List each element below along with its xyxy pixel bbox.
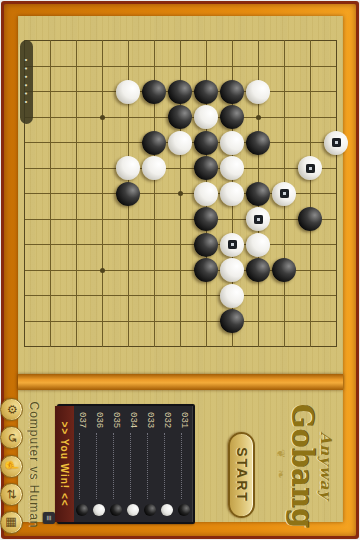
- white-stone[interactable]: [117, 156, 141, 180]
- white-stone[interactable]: [195, 182, 219, 206]
- winning-stone-marker-icon: [254, 215, 263, 224]
- move-list-row[interactable]: 033: [142, 406, 159, 522]
- white-stone[interactable]: [143, 156, 167, 180]
- black-stone[interactable]: [195, 156, 219, 180]
- hint-hand-button[interactable]: ☝: [0, 455, 23, 478]
- result-banner: >> You Win! <<: [55, 406, 74, 522]
- menu-grid-button[interactable]: ▦: [0, 511, 23, 534]
- black-stone[interactable]: [195, 207, 219, 231]
- move-list-row[interactable]: 035: [108, 406, 125, 522]
- black-stone[interactable]: [221, 80, 245, 104]
- white-stone[interactable]: [221, 156, 245, 180]
- black-stone[interactable]: [247, 131, 271, 155]
- grid-line-h: [336, 40, 337, 347]
- black-stone[interactable]: [247, 258, 271, 282]
- move-number: 037: [78, 412, 88, 428]
- grid-line-h: [76, 40, 77, 347]
- dotted-leader: [97, 433, 99, 499]
- dotted-leader: [165, 433, 167, 499]
- move-number: 033: [146, 412, 156, 428]
- grid-line-h: [310, 40, 311, 347]
- dotted-leader: [182, 433, 184, 499]
- white-stone[interactable]: [169, 131, 193, 155]
- winning-stone-marker-icon: [306, 164, 315, 173]
- move-list-expand-chip[interactable]: ≡: [43, 512, 55, 524]
- undo-button[interactable]: ↺: [0, 426, 23, 449]
- white-stone[interactable]: [247, 207, 271, 231]
- move-list-row[interactable]: 034: [125, 406, 142, 522]
- black-stone[interactable]: [195, 258, 219, 282]
- star-point: [100, 115, 105, 120]
- move-number: 035: [112, 412, 122, 428]
- move-stone-white: [128, 504, 140, 516]
- move-list-row[interactable]: 037: [74, 406, 91, 522]
- move-stone-white: [94, 504, 106, 516]
- title-anyway: Anyway: [317, 396, 335, 536]
- frame-divider: [18, 374, 343, 390]
- black-stone[interactable]: [195, 80, 219, 104]
- move-number: 031: [180, 412, 190, 428]
- settings-gear-button[interactable]: ⚙: [0, 398, 23, 421]
- black-stone[interactable]: [195, 131, 219, 155]
- dotted-leader: [114, 433, 116, 499]
- black-stone[interactable]: [221, 309, 245, 333]
- black-stone[interactable]: [169, 80, 193, 104]
- control-panel: Anyway Gobang ❦ ❧ START 0310320330340350…: [18, 390, 343, 522]
- title-flourish-icon: ❦ ❧: [274, 396, 287, 536]
- white-stone[interactable]: [221, 284, 245, 308]
- white-stone[interactable]: [247, 80, 271, 104]
- dotted-leader: [148, 433, 150, 499]
- title-gobang: Gobang: [287, 396, 317, 536]
- move-number: 032: [163, 412, 173, 428]
- white-stone[interactable]: [221, 182, 245, 206]
- black-stone[interactable]: [247, 182, 271, 206]
- white-stone[interactable]: [117, 80, 141, 104]
- move-list-row[interactable]: 036: [91, 406, 108, 522]
- game-mode-label: Computer vs Human: [27, 394, 41, 536]
- white-stone[interactable]: [221, 258, 245, 282]
- move-stone-white: [162, 504, 174, 516]
- dotted-leader: [80, 433, 82, 499]
- app-viewport: Anyway Gobang ❦ ❧ START 0310320330340350…: [0, 0, 360, 540]
- white-stone[interactable]: [247, 233, 271, 257]
- watermark-pill: • • • • • •: [20, 40, 33, 124]
- white-stone[interactable]: [299, 156, 323, 180]
- move-list-row[interactable]: 031: [176, 406, 193, 522]
- star-point: [100, 268, 105, 273]
- star-point: [256, 115, 261, 120]
- grid-line-h: [50, 40, 51, 347]
- winning-stone-marker-icon: [280, 189, 289, 198]
- move-number: 036: [95, 412, 105, 428]
- icon-button-row: ⚙↺☝⇄▦: [0, 398, 23, 534]
- white-stone[interactable]: [221, 131, 245, 155]
- swap-sides-button[interactable]: ⇄: [0, 483, 23, 506]
- move-stone-black: [145, 504, 157, 516]
- black-stone[interactable]: [143, 80, 167, 104]
- move-stone-black: [179, 504, 191, 516]
- board[interactable]: [19, 16, 343, 374]
- move-stone-black: [77, 504, 89, 516]
- grid-line-h: [102, 40, 103, 347]
- star-point: [178, 191, 183, 196]
- move-number: 034: [129, 412, 139, 428]
- white-stone[interactable]: [325, 131, 349, 155]
- white-stone[interactable]: [195, 105, 219, 129]
- start-button[interactable]: START: [228, 432, 255, 518]
- rotated-stage: Anyway Gobang ❦ ❧ START 0310320330340350…: [0, 0, 360, 540]
- black-stone[interactable]: [195, 233, 219, 257]
- winning-stone-marker-icon: [228, 240, 237, 249]
- move-list-row[interactable]: 032: [159, 406, 176, 522]
- app-title: Anyway Gobang ❦ ❧: [274, 396, 335, 536]
- black-stone[interactable]: [273, 258, 297, 282]
- black-stone[interactable]: [169, 105, 193, 129]
- black-stone[interactable]: [221, 105, 245, 129]
- content-area: Anyway Gobang ❦ ❧ START 0310320330340350…: [18, 16, 343, 522]
- dotted-leader: [131, 433, 133, 499]
- black-stone[interactable]: [117, 182, 141, 206]
- move-stone-black: [111, 504, 123, 516]
- black-stone[interactable]: [299, 207, 323, 231]
- white-stone[interactable]: [221, 233, 245, 257]
- move-list-panel[interactable]: 031032033034035036037>> You Win! <<: [57, 404, 195, 524]
- white-stone[interactable]: [273, 182, 297, 206]
- winning-stone-marker-icon: [332, 138, 341, 147]
- black-stone[interactable]: [143, 131, 167, 155]
